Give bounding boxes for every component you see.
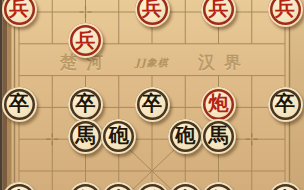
- piece-glyph: 馬: [76, 122, 96, 149]
- piece-glyph: 卒: [142, 90, 162, 117]
- piece-red-soldier[interactable]: 兵: [268, 0, 303, 27]
- piece-glyph: 兵: [275, 0, 295, 22]
- piece-black-general[interactable]: 將: [135, 182, 170, 190]
- piece-glyph: 兵: [76, 27, 96, 54]
- piece-glyph: 士: [109, 186, 129, 190]
- piece-black-advisor[interactable]: 士: [168, 182, 203, 190]
- piece-glyph: 砲: [109, 122, 129, 149]
- piece-glyph: 馬: [209, 122, 229, 149]
- piece-glyph: 車: [9, 186, 29, 190]
- piece-glyph: 將: [142, 186, 162, 190]
- piece-glyph: 象: [209, 186, 229, 190]
- piece-red-soldier[interactable]: 兵: [201, 0, 236, 27]
- piece-glyph: 卒: [76, 90, 96, 117]
- piece-glyph: 卒: [9, 90, 29, 117]
- piece-red-soldier[interactable]: 兵: [2, 0, 37, 27]
- piece-glyph: 卒: [275, 90, 295, 117]
- piece-black-chariot[interactable]: 車: [2, 182, 37, 190]
- piece-glyph: 士: [175, 186, 195, 190]
- piece-glyph: 兵: [209, 0, 229, 22]
- piece-black-soldier[interactable]: 卒: [2, 87, 37, 122]
- piece-black-elephant[interactable]: 象: [201, 182, 236, 190]
- piece-black-soldier[interactable]: 卒: [68, 87, 103, 122]
- piece-glyph: 車: [275, 186, 295, 190]
- piece-black-cannon[interactable]: 砲: [168, 119, 203, 154]
- piece-glyph: 砲: [175, 122, 195, 149]
- piece-black-soldier[interactable]: 卒: [135, 87, 170, 122]
- piece-red-soldier[interactable]: 兵: [68, 23, 103, 58]
- piece-glyph: 炮: [209, 90, 229, 117]
- xiangqi-board: 楚河 JJ象棋 汉界 兵兵兵兵兵卒卒卒炮卒馬砲砲馬車象士將士象車: [0, 0, 304, 190]
- piece-black-horse[interactable]: 馬: [68, 119, 103, 154]
- piece-red-cannon[interactable]: 炮: [201, 87, 236, 122]
- piece-glyph: 象: [76, 186, 96, 190]
- piece-black-chariot[interactable]: 車: [268, 182, 303, 190]
- piece-glyph: 兵: [9, 0, 29, 22]
- piece-black-elephant[interactable]: 象: [68, 182, 103, 190]
- piece-black-soldier[interactable]: 卒: [268, 87, 303, 122]
- piece-black-advisor[interactable]: 士: [101, 182, 136, 190]
- board-grid: 兵兵兵兵兵卒卒卒炮卒馬砲砲馬車象士將士象車: [2, 0, 301, 190]
- piece-glyph: 兵: [142, 0, 162, 22]
- piece-black-cannon[interactable]: 砲: [101, 119, 136, 154]
- piece-black-horse[interactable]: 馬: [201, 119, 236, 154]
- piece-red-soldier[interactable]: 兵: [135, 0, 170, 27]
